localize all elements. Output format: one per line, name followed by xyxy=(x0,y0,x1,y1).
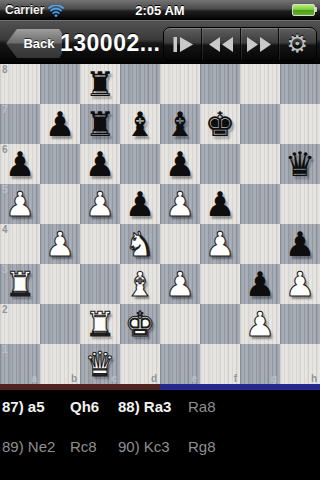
white-rook[interactable]: ♜ xyxy=(0,264,40,304)
back-button[interactable]: Back xyxy=(6,29,62,58)
square-a1[interactable]: 1a xyxy=(0,344,40,384)
square-a6[interactable]: 6♟ xyxy=(0,144,40,184)
black-pawn[interactable]: ♟ xyxy=(280,224,320,264)
square-g6[interactable] xyxy=(240,144,280,184)
white-pawn[interactable]: ♟ xyxy=(0,184,40,224)
square-f6[interactable] xyxy=(200,144,240,184)
square-b1[interactable]: b xyxy=(40,344,80,384)
square-g8[interactable] xyxy=(240,64,280,104)
square-c4[interactable] xyxy=(80,224,120,264)
white-pawn[interactable]: ♟ xyxy=(200,224,240,264)
move-entry[interactable]: Rc8 xyxy=(70,439,118,455)
square-d4[interactable]: ♞ xyxy=(120,224,160,264)
square-h6[interactable]: ♛ xyxy=(280,144,320,184)
square-e3[interactable]: ♟ xyxy=(160,264,200,304)
rewind-button[interactable] xyxy=(201,28,239,60)
square-c7[interactable]: ♜ xyxy=(80,104,120,144)
black-pawn[interactable]: ♟ xyxy=(80,144,120,184)
move-entry[interactable]: Ra8 xyxy=(188,399,320,415)
square-a5[interactable]: 5♟ xyxy=(0,184,40,224)
status-bar: Carrier 2:05 AM xyxy=(0,0,320,20)
square-b2[interactable] xyxy=(40,304,80,344)
file-label: h xyxy=(311,373,317,384)
square-b3[interactable] xyxy=(40,264,80,304)
move-entry[interactable]: 88) Ra3 xyxy=(118,399,188,415)
white-pawn[interactable]: ♟ xyxy=(240,304,280,344)
black-king[interactable]: ♚ xyxy=(200,104,240,144)
black-pawn[interactable]: ♟ xyxy=(200,184,240,224)
square-f1[interactable]: f xyxy=(200,344,240,384)
square-d8[interactable] xyxy=(120,64,160,104)
white-king[interactable]: ♚ xyxy=(120,304,160,344)
square-g1[interactable]: g xyxy=(240,344,280,384)
square-h2[interactable] xyxy=(280,304,320,344)
square-a4[interactable]: 4 xyxy=(0,224,40,264)
move-entry[interactable]: 90) Kc3 xyxy=(118,439,188,455)
square-b7[interactable]: ♟ xyxy=(40,104,80,144)
square-e6[interactable]: ♟ xyxy=(160,144,200,184)
square-c5[interactable]: ♟ xyxy=(80,184,120,224)
square-a8[interactable]: 8 xyxy=(0,64,40,104)
square-d1[interactable]: d xyxy=(120,344,160,384)
square-d3[interactable]: ♝ xyxy=(120,264,160,304)
file-label: d xyxy=(151,373,157,384)
white-knight[interactable]: ♞ xyxy=(120,224,160,264)
status-time: 2:05 AM xyxy=(0,3,320,18)
square-d2[interactable]: ♚ xyxy=(120,304,160,344)
square-a2[interactable]: 2 xyxy=(0,304,40,344)
file-label: b xyxy=(71,373,77,384)
gear-icon: ⚙ xyxy=(287,32,309,56)
square-a7[interactable]: 7 xyxy=(0,104,40,144)
rank-label: 7 xyxy=(2,104,8,115)
move-entry[interactable]: Qh6 xyxy=(70,399,118,415)
step-forward-button[interactable] xyxy=(164,28,201,60)
white-pawn[interactable]: ♟ xyxy=(280,264,320,304)
square-a3[interactable]: 3♜ xyxy=(0,264,40,304)
square-h3[interactable]: ♟ xyxy=(280,264,320,304)
square-f8[interactable] xyxy=(200,64,240,104)
move-row: 89) Ne2Rc890) Kc3Rg8 xyxy=(0,439,320,455)
square-g3[interactable]: ♟ xyxy=(240,264,280,304)
square-h5[interactable] xyxy=(280,184,320,224)
nav-bar: Back 130002... xyxy=(0,20,320,64)
black-pawn[interactable]: ♟ xyxy=(0,144,40,184)
square-c1[interactable]: c♛ xyxy=(80,344,120,384)
move-row: 87) a5Qh688) Ra3Ra8 xyxy=(0,399,320,415)
settings-button[interactable]: ⚙ xyxy=(278,28,316,60)
black-bishop[interactable]: ♝ xyxy=(120,104,160,144)
square-f5[interactable]: ♟ xyxy=(200,184,240,224)
app-screen: Carrier 2:05 AM Back 130002... xyxy=(0,0,320,480)
rank-label: 2 xyxy=(2,304,8,315)
file-label: a xyxy=(31,373,37,384)
square-f4[interactable]: ♟ xyxy=(200,224,240,264)
square-f3[interactable] xyxy=(200,264,240,304)
move-entry[interactable]: Rg8 xyxy=(188,439,320,455)
black-rook[interactable]: ♜ xyxy=(80,64,120,104)
black-pawn[interactable]: ♟ xyxy=(240,264,280,304)
black-queen[interactable]: ♛ xyxy=(280,144,320,184)
square-h1[interactable]: h xyxy=(280,344,320,384)
square-g5[interactable] xyxy=(240,184,280,224)
game-title: 130002... xyxy=(60,29,160,57)
square-c3[interactable] xyxy=(80,264,120,304)
square-e7[interactable]: ♝ xyxy=(160,104,200,144)
square-b4[interactable]: ♟ xyxy=(40,224,80,264)
square-g7[interactable] xyxy=(240,104,280,144)
square-e4[interactable] xyxy=(160,224,200,264)
black-bishop[interactable]: ♝ xyxy=(160,104,200,144)
file-label: g xyxy=(271,373,277,384)
square-b6[interactable] xyxy=(40,144,80,184)
square-e1[interactable]: e xyxy=(160,344,200,384)
fast-forward-icon xyxy=(247,37,271,52)
chess-board: 8♜7♟♜♝♝♚6♟♟♟♛5♟♟♟♟♟4♟♞♟♟3♜♝♟♟♟2♜♚♟1abc♛d… xyxy=(0,64,320,384)
square-c6[interactable]: ♟ xyxy=(80,144,120,184)
file-label: e xyxy=(191,373,197,384)
step-forward-icon xyxy=(173,37,193,52)
square-b8[interactable] xyxy=(40,64,80,104)
white-pawn[interactable]: ♟ xyxy=(40,224,80,264)
square-h7[interactable] xyxy=(280,104,320,144)
move-entry[interactable]: 89) Ne2 xyxy=(2,439,70,455)
square-c8[interactable]: ♜ xyxy=(80,64,120,104)
white-queen[interactable]: ♛ xyxy=(80,344,120,384)
black-rook[interactable]: ♜ xyxy=(80,104,120,144)
square-d7[interactable]: ♝ xyxy=(120,104,160,144)
square-d5[interactable]: ♟ xyxy=(120,184,160,224)
battery-icon xyxy=(292,4,315,16)
square-h4[interactable]: ♟ xyxy=(280,224,320,264)
square-d6[interactable] xyxy=(120,144,160,184)
black-pawn[interactable]: ♟ xyxy=(40,104,80,144)
white-pawn[interactable]: ♟ xyxy=(160,184,200,224)
square-b5[interactable] xyxy=(40,184,80,224)
rank-label: 1 xyxy=(2,344,8,355)
square-f2[interactable] xyxy=(200,304,240,344)
white-rook[interactable]: ♜ xyxy=(80,304,120,344)
black-pawn[interactable]: ♟ xyxy=(160,144,200,184)
square-g4[interactable] xyxy=(240,224,280,264)
rank-label: 4 xyxy=(2,224,8,235)
square-c2[interactable]: ♜ xyxy=(80,304,120,344)
white-pawn[interactable]: ♟ xyxy=(160,264,200,304)
move-list: 87) a5Qh688) Ra3Ra889) Ne2Rc890) Kc3Rg8 xyxy=(0,390,320,480)
fast-forward-button[interactable] xyxy=(240,28,278,60)
square-e8[interactable] xyxy=(160,64,200,104)
square-f7[interactable]: ♚ xyxy=(200,104,240,144)
black-pawn[interactable]: ♟ xyxy=(120,184,160,224)
white-pawn[interactable]: ♟ xyxy=(80,184,120,224)
rewind-icon xyxy=(209,37,233,52)
square-h8[interactable] xyxy=(280,64,320,104)
square-g2[interactable]: ♟ xyxy=(240,304,280,344)
white-bishop[interactable]: ♝ xyxy=(120,264,160,304)
square-e2[interactable] xyxy=(160,304,200,344)
rank-label: 8 xyxy=(2,64,8,75)
transport-controls: ⚙ xyxy=(163,27,317,61)
file-label: f xyxy=(234,373,237,384)
move-entry[interactable]: 87) a5 xyxy=(2,399,70,415)
square-e5[interactable]: ♟ xyxy=(160,184,200,224)
